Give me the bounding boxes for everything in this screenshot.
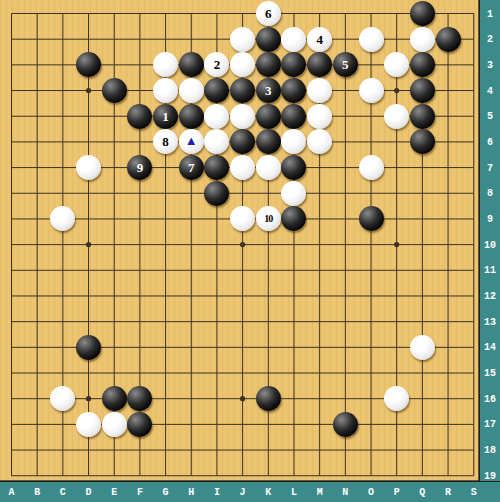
row-label-16: 16 bbox=[484, 393, 496, 404]
column-label-D: D bbox=[86, 487, 92, 498]
row-label-7: 7 bbox=[487, 162, 493, 173]
stone-white-Q14[interactable] bbox=[410, 335, 435, 360]
stone-black-K4[interactable]: 3 bbox=[256, 78, 281, 103]
stone-white-K7[interactable] bbox=[256, 155, 281, 180]
column-label-P: P bbox=[394, 487, 400, 498]
row-label-9: 9 bbox=[487, 213, 493, 224]
column-label-O: O bbox=[368, 487, 374, 498]
stone-white-D17[interactable] bbox=[76, 412, 101, 437]
move-number-8: 8 bbox=[162, 135, 169, 148]
stone-black-H7[interactable]: 7 bbox=[179, 155, 204, 180]
stone-black-Q1[interactable] bbox=[410, 1, 435, 26]
row-label-1: 1 bbox=[487, 8, 493, 19]
triangle-marker: ▲ bbox=[185, 134, 198, 147]
stone-white-O7[interactable] bbox=[359, 155, 384, 180]
stone-white-H6[interactable]: ▲ bbox=[179, 129, 204, 154]
stone-black-R2[interactable] bbox=[436, 27, 461, 52]
row-label-4: 4 bbox=[487, 85, 493, 96]
stone-white-O2[interactable] bbox=[359, 27, 384, 52]
stone-black-F5[interactable] bbox=[127, 104, 152, 129]
stone-white-J2[interactable] bbox=[230, 27, 255, 52]
stone-white-J5[interactable] bbox=[230, 104, 255, 129]
stone-black-Q4[interactable] bbox=[410, 78, 435, 103]
stone-black-K16[interactable] bbox=[256, 386, 281, 411]
stone-white-M2[interactable]: 4 bbox=[307, 27, 332, 52]
stone-black-O9[interactable] bbox=[359, 206, 384, 231]
column-label-B: B bbox=[34, 487, 40, 498]
column-label-Q: Q bbox=[419, 487, 425, 498]
row-label-19: 19 bbox=[484, 470, 496, 481]
stone-black-K5[interactable] bbox=[256, 104, 281, 129]
stone-white-K1[interactable]: 6 bbox=[256, 1, 281, 26]
stone-black-H5[interactable] bbox=[179, 104, 204, 129]
stone-white-M5[interactable] bbox=[307, 104, 332, 129]
move-number-2: 2 bbox=[214, 58, 221, 71]
stone-white-H4[interactable] bbox=[179, 78, 204, 103]
move-number-3: 3 bbox=[265, 84, 272, 97]
stone-black-D14[interactable] bbox=[76, 335, 101, 360]
stone-white-E17[interactable] bbox=[102, 412, 127, 437]
stone-black-N17[interactable] bbox=[333, 412, 358, 437]
column-label-F: F bbox=[137, 487, 143, 498]
row-label-18: 18 bbox=[484, 445, 496, 456]
stone-black-K2[interactable] bbox=[256, 27, 281, 52]
row-label-17: 17 bbox=[484, 419, 496, 430]
row-label-12: 12 bbox=[484, 290, 496, 301]
stone-black-E16[interactable] bbox=[102, 386, 127, 411]
row-label-14: 14 bbox=[484, 342, 496, 353]
row-label-13: 13 bbox=[484, 316, 496, 327]
row-label-15: 15 bbox=[484, 368, 496, 379]
stone-white-L2[interactable] bbox=[281, 27, 306, 52]
move-number-10: 10 bbox=[264, 214, 272, 224]
stone-black-Q5[interactable] bbox=[410, 104, 435, 129]
move-number-7: 7 bbox=[188, 161, 195, 174]
stone-white-P5[interactable] bbox=[384, 104, 409, 129]
column-label-J: J bbox=[240, 487, 246, 498]
column-label-S: S bbox=[471, 487, 477, 498]
column-label-A: A bbox=[8, 487, 14, 498]
row-label-8: 8 bbox=[487, 188, 493, 199]
column-label-I: I bbox=[214, 487, 220, 498]
move-number-1: 1 bbox=[162, 110, 169, 123]
column-label-N: N bbox=[342, 487, 348, 498]
move-number-5: 5 bbox=[342, 58, 349, 71]
row-label-5: 5 bbox=[487, 111, 493, 122]
row-label-3: 3 bbox=[487, 59, 493, 70]
stone-white-G4[interactable] bbox=[153, 78, 178, 103]
row-label-2: 2 bbox=[487, 34, 493, 45]
stone-black-H3[interactable] bbox=[179, 52, 204, 77]
stone-black-G5[interactable]: 1 bbox=[153, 104, 178, 129]
column-label-G: G bbox=[163, 487, 169, 498]
move-number-4: 4 bbox=[316, 33, 323, 46]
column-label-H: H bbox=[188, 487, 194, 498]
column-label-C: C bbox=[60, 487, 66, 498]
stone-black-E4[interactable] bbox=[102, 78, 127, 103]
stone-white-Q2[interactable] bbox=[410, 27, 435, 52]
row-label-10: 10 bbox=[484, 239, 496, 250]
row-label-6: 6 bbox=[487, 136, 493, 147]
column-label-E: E bbox=[111, 487, 117, 498]
move-number-9: 9 bbox=[137, 161, 144, 174]
go-board[interactable]: 6425318▲9710 123456789101112131415161718… bbox=[0, 0, 500, 502]
stone-black-J4[interactable] bbox=[230, 78, 255, 103]
row-label-11: 11 bbox=[484, 265, 496, 276]
stone-white-O4[interactable] bbox=[359, 78, 384, 103]
stone-white-D7[interactable] bbox=[76, 155, 101, 180]
stone-black-K3[interactable] bbox=[256, 52, 281, 77]
stone-white-I5[interactable] bbox=[204, 104, 229, 129]
move-number-6: 6 bbox=[265, 7, 272, 20]
column-label-R: R bbox=[445, 487, 451, 498]
column-label-L: L bbox=[291, 487, 297, 498]
column-label-K: K bbox=[265, 487, 271, 498]
column-label-M: M bbox=[317, 487, 323, 498]
